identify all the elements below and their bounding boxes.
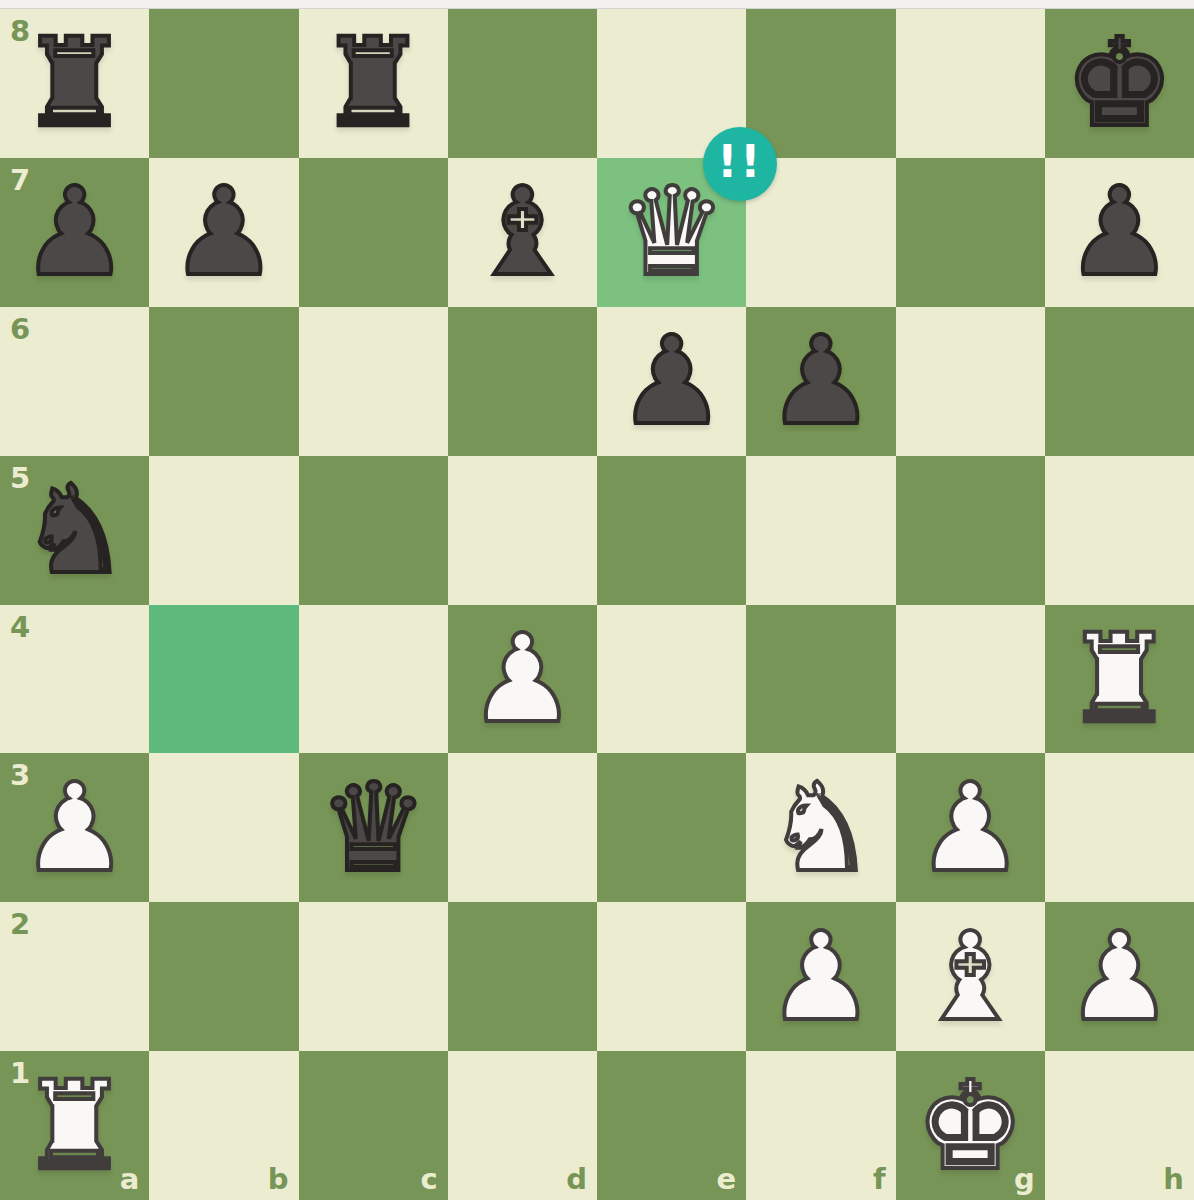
- white-pawn-g3[interactable]: ♟: [915, 767, 1024, 889]
- white-king-g1[interactable]: ♚: [915, 1065, 1024, 1187]
- square-a4[interactable]: 4: [0, 605, 149, 754]
- white-queen-e7[interactable]: ♛: [617, 171, 726, 293]
- square-e6[interactable]: ♟: [597, 307, 746, 456]
- rank-label-4: 4: [10, 613, 30, 642]
- square-c2[interactable]: [299, 902, 448, 1051]
- file-label-h: h: [1163, 1165, 1184, 1194]
- square-g4[interactable]: [896, 605, 1045, 754]
- square-c4[interactable]: [299, 605, 448, 754]
- square-g5[interactable]: [896, 456, 1045, 605]
- square-b1[interactable]: b: [149, 1051, 298, 1200]
- square-g1[interactable]: g♚: [896, 1051, 1045, 1200]
- square-g2[interactable]: ♝: [896, 902, 1045, 1051]
- square-f8[interactable]: [746, 9, 895, 158]
- black-pawn-b7[interactable]: ♟: [169, 171, 278, 293]
- black-rook-c8[interactable]: ♜: [318, 22, 427, 144]
- file-label-e: e: [717, 1165, 737, 1194]
- square-c3[interactable]: ♛: [299, 753, 448, 902]
- square-g8[interactable]: [896, 9, 1045, 158]
- square-h8[interactable]: ♚: [1045, 9, 1194, 158]
- square-h1[interactable]: h: [1045, 1051, 1194, 1200]
- square-e5[interactable]: [597, 456, 746, 605]
- square-h5[interactable]: [1045, 456, 1194, 605]
- square-f6[interactable]: ♟: [746, 307, 895, 456]
- file-label-d: d: [566, 1165, 587, 1194]
- square-e1[interactable]: e: [597, 1051, 746, 1200]
- black-king-h8[interactable]: ♚: [1065, 22, 1174, 144]
- square-e4[interactable]: [597, 605, 746, 754]
- square-f4[interactable]: [746, 605, 895, 754]
- square-e2[interactable]: [597, 902, 746, 1051]
- white-pawn-d4[interactable]: ♟: [468, 618, 577, 740]
- square-a6[interactable]: 6: [0, 307, 149, 456]
- white-pawn-a3[interactable]: ♟: [20, 767, 129, 889]
- square-d8[interactable]: [448, 9, 597, 158]
- file-label-b: b: [268, 1165, 289, 1194]
- square-f5[interactable]: [746, 456, 895, 605]
- white-rook-h4[interactable]: ♜: [1065, 618, 1174, 740]
- square-a1[interactable]: 1a♜: [0, 1051, 149, 1200]
- square-g3[interactable]: ♟: [896, 753, 1045, 902]
- square-d2[interactable]: [448, 902, 597, 1051]
- rank-label-6: 6: [10, 315, 30, 344]
- square-h4[interactable]: ♜: [1045, 605, 1194, 754]
- square-a2[interactable]: 2: [0, 902, 149, 1051]
- square-d3[interactable]: [448, 753, 597, 902]
- square-b7[interactable]: ♟: [149, 158, 298, 307]
- square-c7[interactable]: [299, 158, 448, 307]
- black-pawn-e6[interactable]: ♟: [617, 320, 726, 442]
- square-d1[interactable]: d: [448, 1051, 597, 1200]
- square-g7[interactable]: [896, 158, 1045, 307]
- square-d4[interactable]: ♟: [448, 605, 597, 754]
- square-b5[interactable]: [149, 456, 298, 605]
- square-h2[interactable]: ♟: [1045, 902, 1194, 1051]
- white-knight-f3[interactable]: ♞: [766, 767, 875, 889]
- black-pawn-h7[interactable]: ♟: [1065, 171, 1174, 293]
- square-c6[interactable]: [299, 307, 448, 456]
- square-f3[interactable]: ♞: [746, 753, 895, 902]
- square-b8[interactable]: [149, 9, 298, 158]
- square-a7[interactable]: 7♟: [0, 158, 149, 307]
- square-f1[interactable]: f: [746, 1051, 895, 1200]
- square-h6[interactable]: [1045, 307, 1194, 456]
- white-bishop-g2[interactable]: ♝: [915, 916, 1024, 1038]
- black-queen-c3[interactable]: ♛: [318, 767, 427, 889]
- square-h7[interactable]: ♟: [1045, 158, 1194, 307]
- square-h3[interactable]: [1045, 753, 1194, 902]
- square-e3[interactable]: [597, 753, 746, 902]
- square-a8[interactable]: 8♜: [0, 9, 149, 158]
- brilliant-move-badge: !!: [703, 127, 777, 201]
- black-bishop-d7[interactable]: ♝: [468, 171, 577, 293]
- window-top-edge: [0, 0, 1194, 9]
- square-b4[interactable]: [149, 605, 298, 754]
- file-label-f: f: [873, 1165, 886, 1194]
- white-pawn-f2[interactable]: ♟: [766, 916, 875, 1038]
- white-rook-a1[interactable]: ♜: [20, 1065, 129, 1187]
- square-g6[interactable]: [896, 307, 1045, 456]
- square-c8[interactable]: ♜: [299, 9, 448, 158]
- chess-board[interactable]: 8♜♜♚7♟♟♝♛♟6♟♟5♞4♟♜3♟♛♞♟2♟♝♟1a♜bcdefg♚h: [0, 9, 1194, 1200]
- square-a5[interactable]: 5♞: [0, 456, 149, 605]
- black-pawn-a7[interactable]: ♟: [20, 171, 129, 293]
- square-f2[interactable]: ♟: [746, 902, 895, 1051]
- square-d5[interactable]: [448, 456, 597, 605]
- square-a3[interactable]: 3♟: [0, 753, 149, 902]
- brilliant-move-badge-text: !!: [717, 136, 763, 187]
- black-rook-a8[interactable]: ♜: [20, 22, 129, 144]
- square-c5[interactable]: [299, 456, 448, 605]
- square-b6[interactable]: [149, 307, 298, 456]
- black-knight-a5[interactable]: ♞: [20, 469, 129, 591]
- black-pawn-f6[interactable]: ♟: [766, 320, 875, 442]
- square-d6[interactable]: [448, 307, 597, 456]
- square-c1[interactable]: c: [299, 1051, 448, 1200]
- rank-label-2: 2: [10, 910, 30, 939]
- square-b2[interactable]: [149, 902, 298, 1051]
- square-b3[interactable]: [149, 753, 298, 902]
- white-pawn-h2[interactable]: ♟: [1065, 916, 1174, 1038]
- square-d7[interactable]: ♝: [448, 158, 597, 307]
- file-label-c: c: [421, 1165, 438, 1194]
